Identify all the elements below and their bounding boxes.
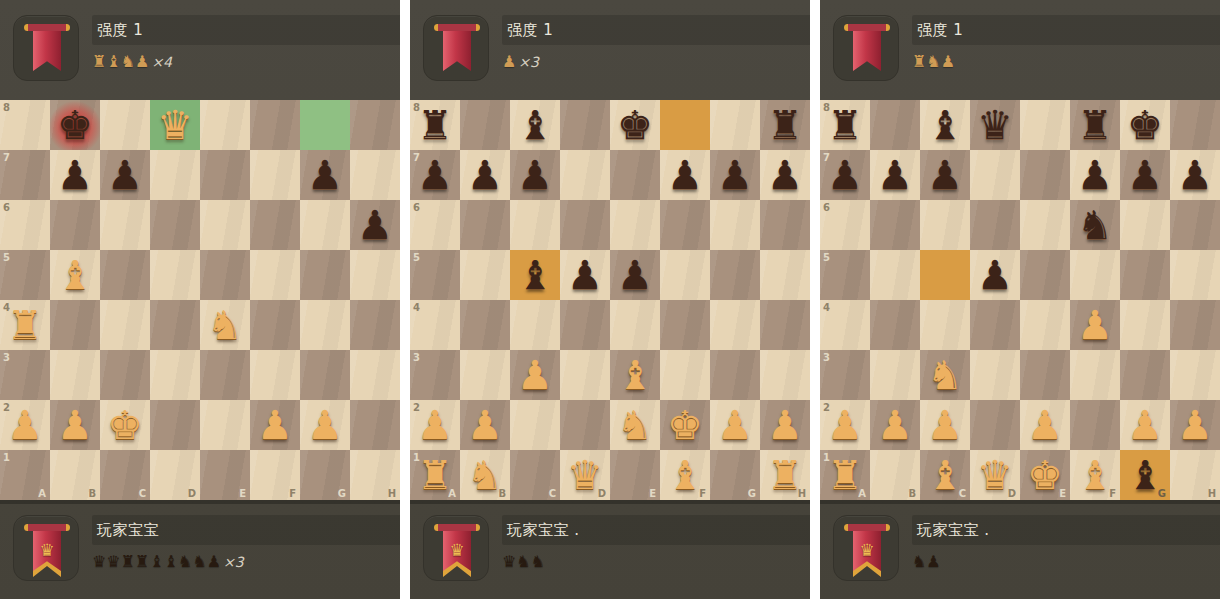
square-f7[interactable]: [250, 150, 300, 200]
square-g3[interactable]: [1120, 350, 1170, 400]
piece-white-knight[interactable]: ♞: [610, 400, 660, 450]
square-f2[interactable]: [1070, 400, 1120, 450]
opponent-avatar[interactable]: [423, 15, 489, 81]
piece-white-pawn[interactable]: ♟: [250, 400, 300, 450]
opponent-name-strip: 强度 1: [92, 15, 400, 45]
square-b7[interactable]: ♟: [50, 150, 100, 200]
square-d1[interactable]: D♛: [970, 450, 1020, 500]
square-c3[interactable]: ♞: [920, 350, 970, 400]
square-g6[interactable]: [1120, 200, 1170, 250]
square-f1[interactable]: F♝: [1070, 450, 1120, 500]
square-h1[interactable]: H: [1170, 450, 1220, 500]
square-d5[interactable]: [150, 250, 200, 300]
square-g1[interactable]: G: [300, 450, 350, 500]
piece-black-knight[interactable]: ♞: [1070, 200, 1120, 250]
square-a2[interactable]: 2♟: [410, 400, 460, 450]
square-c1[interactable]: C: [510, 450, 560, 500]
piece-black-pawn[interactable]: ♟: [710, 150, 760, 200]
square-e5[interactable]: [200, 250, 250, 300]
piece-black-bishop[interactable]: ♝: [1120, 450, 1170, 500]
piece-white-pawn[interactable]: ♟: [0, 400, 50, 450]
square-d7[interactable]: [560, 150, 610, 200]
square-a4[interactable]: 4: [410, 300, 460, 350]
square-a3[interactable]: 3: [820, 350, 870, 400]
piece-white-pawn[interactable]: ♟: [920, 400, 970, 450]
square-c8[interactable]: [100, 100, 150, 150]
square-g4[interactable]: [1120, 300, 1170, 350]
square-h8[interactable]: ♜: [760, 100, 810, 150]
square-g6[interactable]: [300, 200, 350, 250]
square-e2[interactable]: ♟: [1020, 400, 1070, 450]
square-a2[interactable]: 2♟: [820, 400, 870, 450]
player-name-strip: 玩家宝宝 .: [502, 515, 810, 545]
square-a3[interactable]: 3: [410, 350, 460, 400]
square-f7[interactable]: ♟: [660, 150, 710, 200]
square-c3[interactable]: [100, 350, 150, 400]
piece-white-pawn[interactable]: ♟: [1020, 400, 1070, 450]
piece-black-pawn[interactable]: ♟: [300, 150, 350, 200]
square-f2[interactable]: ♟: [250, 400, 300, 450]
square-b6[interactable]: [870, 200, 920, 250]
piece-black-pawn[interactable]: ♟: [410, 150, 460, 200]
square-g7[interactable]: ♟: [710, 150, 760, 200]
piece-black-pawn[interactable]: ♟: [820, 150, 870, 200]
piece-black-pawn[interactable]: ♟: [510, 150, 560, 200]
square-e8[interactable]: [1020, 100, 1070, 150]
square-a7[interactable]: 7: [0, 150, 50, 200]
square-f8[interactable]: [660, 100, 710, 150]
square-c7[interactable]: ♟: [920, 150, 970, 200]
square-e1[interactable]: E: [200, 450, 250, 500]
square-e4[interactable]: [1020, 300, 1070, 350]
square-e7[interactable]: [1020, 150, 1070, 200]
square-e6[interactable]: [610, 200, 660, 250]
square-e3[interactable]: ♝: [610, 350, 660, 400]
square-d8[interactable]: ♛: [970, 100, 1020, 150]
square-c4[interactable]: [920, 300, 970, 350]
square-b4[interactable]: [870, 300, 920, 350]
piece-white-rook[interactable]: ♜: [410, 450, 460, 500]
square-c7[interactable]: ♟: [100, 150, 150, 200]
square-h4[interactable]: [760, 300, 810, 350]
piece-black-bishop[interactable]: ♝: [510, 100, 560, 150]
piece-white-bishop[interactable]: ♝: [920, 450, 970, 500]
square-b1[interactable]: B: [50, 450, 100, 500]
piece-white-knight[interactable]: ♞: [200, 300, 250, 350]
piece-white-pawn[interactable]: ♟: [1120, 400, 1170, 450]
square-g4[interactable]: [710, 300, 760, 350]
square-b3[interactable]: [460, 350, 510, 400]
piece-black-rook[interactable]: ♜: [1070, 100, 1120, 150]
square-a7[interactable]: 7♟: [410, 150, 460, 200]
square-d1[interactable]: D♛: [560, 450, 610, 500]
square-g7[interactable]: ♟: [1120, 150, 1170, 200]
square-c5[interactable]: [100, 250, 150, 300]
player-avatar[interactable]: ♛: [833, 515, 899, 581]
file-label-a: A: [38, 488, 46, 499]
piece-white-pawn[interactable]: ♟: [410, 400, 460, 450]
square-e4[interactable]: ♞: [200, 300, 250, 350]
square-h2[interactable]: ♟: [760, 400, 810, 450]
piece-white-pawn[interactable]: ♟: [460, 400, 510, 450]
piece-black-pawn[interactable]: ♟: [100, 150, 150, 200]
square-a4[interactable]: 4♜: [0, 300, 50, 350]
square-c7[interactable]: ♟: [510, 150, 560, 200]
piece-white-queen[interactable]: ♛: [150, 100, 200, 150]
square-b8[interactable]: ♚: [50, 100, 100, 150]
square-d5[interactable]: ♟: [970, 250, 1020, 300]
square-a7[interactable]: 7♟: [820, 150, 870, 200]
rank-label-5: 5: [3, 252, 10, 263]
square-b5[interactable]: [870, 250, 920, 300]
square-h2[interactable]: ♟: [1170, 400, 1220, 450]
square-a1[interactable]: 1A♜: [820, 450, 870, 500]
square-b6[interactable]: [50, 200, 100, 250]
piece-white-pawn[interactable]: ♟: [510, 350, 560, 400]
square-g1[interactable]: G: [710, 450, 760, 500]
chess-board-3[interactable]: 8♜♝♛♜♚7♟♟♟♟♟♟6♞5♟4♟3♞2♟♟♟♟♟♟1A♜BC♝D♛E♚F♝…: [820, 100, 1220, 500]
piece-black-pawn[interactable]: ♟: [1070, 150, 1120, 200]
square-h7[interactable]: ♟: [1170, 150, 1220, 200]
crown-icon: ♛: [424, 540, 490, 560]
square-e3[interactable]: [1020, 350, 1070, 400]
piece-white-rook[interactable]: ♜: [760, 450, 810, 500]
square-f4[interactable]: [660, 300, 710, 350]
square-g2[interactable]: ♟: [300, 400, 350, 450]
square-g8[interactable]: [300, 100, 350, 150]
square-b1[interactable]: B♞: [460, 450, 510, 500]
square-f4[interactable]: [250, 300, 300, 350]
piece-white-knight[interactable]: ♞: [460, 450, 510, 500]
square-f1[interactable]: F♝: [660, 450, 710, 500]
square-h7[interactable]: [350, 150, 400, 200]
piece-white-pawn[interactable]: ♟: [300, 400, 350, 450]
square-f3[interactable]: [250, 350, 300, 400]
square-g3[interactable]: [710, 350, 760, 400]
piece-white-pawn[interactable]: ♟: [50, 400, 100, 450]
square-b8[interactable]: [460, 100, 510, 150]
square-f8[interactable]: ♜: [1070, 100, 1120, 150]
square-c8[interactable]: ♝: [510, 100, 560, 150]
square-d4[interactable]: [970, 300, 1020, 350]
piece-black-pawn[interactable]: ♟: [870, 150, 920, 200]
square-g4[interactable]: [300, 300, 350, 350]
piece-black-king[interactable]: ♚: [610, 100, 660, 150]
piece-white-bishop[interactable]: ♝: [50, 250, 100, 300]
banner-rod-icon: [844, 24, 890, 31]
square-h8[interactable]: [1170, 100, 1220, 150]
rank-label-5: 5: [413, 252, 420, 263]
piece-black-pawn[interactable]: ♟: [760, 150, 810, 200]
piece-white-queen[interactable]: ♛: [560, 450, 610, 500]
square-f7[interactable]: ♟: [1070, 150, 1120, 200]
file-label-e: E: [649, 488, 656, 499]
square-b2[interactable]: ♟: [870, 400, 920, 450]
square-e1[interactable]: E♚: [1020, 450, 1070, 500]
square-c1[interactable]: C♝: [920, 450, 970, 500]
file-label-f: F: [289, 488, 296, 499]
square-e6[interactable]: [1020, 200, 1070, 250]
square-b6[interactable]: [460, 200, 510, 250]
square-h4[interactable]: [350, 300, 400, 350]
square-c2[interactable]: [510, 400, 560, 450]
rank-label-7: 7: [3, 152, 10, 163]
square-c4[interactable]: [100, 300, 150, 350]
piece-black-pawn[interactable]: ♟: [1170, 150, 1220, 200]
square-f3[interactable]: [660, 350, 710, 400]
red-ribbon-banner-icon: [443, 27, 471, 71]
captured-black-bishop-icon: ♝: [164, 554, 178, 570]
square-g6[interactable]: [710, 200, 760, 250]
square-a4[interactable]: 4: [820, 300, 870, 350]
square-h3[interactable]: [1170, 350, 1220, 400]
square-d3[interactable]: [150, 350, 200, 400]
square-c8[interactable]: ♝: [920, 100, 970, 150]
square-g8[interactable]: ♚: [1120, 100, 1170, 150]
square-e7[interactable]: [610, 150, 660, 200]
square-b5[interactable]: [460, 250, 510, 300]
square-g3[interactable]: [300, 350, 350, 400]
square-a8[interactable]: 8♜: [820, 100, 870, 150]
player-name-strip: 玩家宝宝: [92, 515, 400, 545]
square-f2[interactable]: ♚: [660, 400, 710, 450]
square-f5[interactable]: [1070, 250, 1120, 300]
piece-white-pawn[interactable]: ♟: [820, 400, 870, 450]
piece-white-bishop[interactable]: ♝: [1070, 450, 1120, 500]
file-label-d: D: [188, 488, 196, 499]
square-e8[interactable]: [200, 100, 250, 150]
player-avatar[interactable]: ♛: [423, 515, 489, 581]
square-f1[interactable]: F: [250, 450, 300, 500]
piece-white-pawn[interactable]: ♟: [1070, 300, 1120, 350]
opponent-avatar[interactable]: [833, 15, 899, 81]
square-f5[interactable]: [660, 250, 710, 300]
square-a5[interactable]: 5: [410, 250, 460, 300]
file-label-h: H: [1208, 488, 1216, 499]
square-d6[interactable]: [560, 200, 610, 250]
opponent-name: 强度 1: [507, 21, 553, 40]
square-b7[interactable]: ♟: [460, 150, 510, 200]
square-d8[interactable]: ♛: [150, 100, 200, 150]
game-panel-2: 强度 1 ♟×3 8♜♝♚♜7♟♟♟♟♟♟65♝♟♟43♟♝2♟♟♞♚♟♟1A♜…: [410, 0, 810, 599]
square-b5[interactable]: ♝: [50, 250, 100, 300]
square-b2[interactable]: ♟: [50, 400, 100, 450]
chess-board-1[interactable]: 8♚♛7♟♟♟6♟5♝4♜♞32♟♟♚♟♟1ABCDEFGH: [0, 100, 400, 500]
square-c2[interactable]: ♚: [100, 400, 150, 450]
rank-label-3: 3: [823, 352, 830, 363]
piece-white-rook[interactable]: ♜: [820, 450, 870, 500]
square-d3[interactable]: [970, 350, 1020, 400]
piece-white-bishop[interactable]: ♝: [660, 450, 710, 500]
piece-black-queen[interactable]: ♛: [970, 100, 1020, 150]
piece-white-king[interactable]: ♚: [100, 400, 150, 450]
piece-white-pawn[interactable]: ♟: [870, 400, 920, 450]
piece-white-king[interactable]: ♚: [660, 400, 710, 450]
piece-white-pawn[interactable]: ♟: [710, 400, 760, 450]
piece-black-king[interactable]: ♚: [1120, 100, 1170, 150]
piece-black-pawn[interactable]: ♟: [560, 250, 610, 300]
square-c4[interactable]: [510, 300, 560, 350]
square-h5[interactable]: [350, 250, 400, 300]
game-panel-3: 强度 1 ♜♞♟ 8♜♝♛♜♚7♟♟♟♟♟♟6♞5♟4♟3♞2♟♟♟♟♟♟1A♜…: [820, 0, 1220, 599]
piece-black-rook[interactable]: ♜: [760, 100, 810, 150]
square-g2[interactable]: ♟: [710, 400, 760, 450]
piece-black-pawn[interactable]: ♟: [1120, 150, 1170, 200]
opponent-avatar[interactable]: [13, 15, 79, 81]
piece-black-pawn[interactable]: ♟: [50, 150, 100, 200]
square-c2[interactable]: ♟: [920, 400, 970, 450]
square-h3[interactable]: [760, 350, 810, 400]
square-e3[interactable]: [200, 350, 250, 400]
square-d7[interactable]: [970, 150, 1020, 200]
square-f4[interactable]: ♟: [1070, 300, 1120, 350]
player-captured-tray: ♞♟: [912, 549, 1220, 575]
square-d2[interactable]: [970, 400, 1020, 450]
square-a2[interactable]: 2♟: [0, 400, 50, 450]
crown-icon: ♛: [834, 540, 900, 560]
piece-black-bishop[interactable]: ♝: [920, 100, 970, 150]
square-b8[interactable]: [870, 100, 920, 150]
square-h1[interactable]: H: [350, 450, 400, 500]
square-b3[interactable]: [50, 350, 100, 400]
player-avatar[interactable]: ♛: [13, 515, 79, 581]
piece-black-pawn[interactable]: ♟: [660, 150, 710, 200]
square-c5[interactable]: ♝: [510, 250, 560, 300]
square-b4[interactable]: [460, 300, 510, 350]
square-e5[interactable]: ♟: [610, 250, 660, 300]
square-h6[interactable]: [1170, 200, 1220, 250]
square-c6[interactable]: [100, 200, 150, 250]
captured-black-knight-icon: ♞: [516, 554, 530, 570]
piece-white-pawn[interactable]: ♟: [1170, 400, 1220, 450]
square-c6[interactable]: [510, 200, 560, 250]
player-bar: ♛ 玩家宝宝 . ♛♞♞: [410, 500, 810, 599]
square-c1[interactable]: C: [100, 450, 150, 500]
square-b7[interactable]: ♟: [870, 150, 920, 200]
captured-black-queen-icon: ♛: [502, 554, 516, 570]
square-h5[interactable]: [760, 250, 810, 300]
square-a6[interactable]: 6: [820, 200, 870, 250]
captured-white-pawn-icon: ♟: [941, 54, 955, 70]
square-d5[interactable]: ♟: [560, 250, 610, 300]
square-e6[interactable]: [200, 200, 250, 250]
square-a1[interactable]: 1A: [0, 450, 50, 500]
square-g1[interactable]: G♝: [1120, 450, 1170, 500]
banner-rod-icon: [24, 524, 70, 531]
square-h2[interactable]: [350, 400, 400, 450]
piece-black-pawn[interactable]: ♟: [970, 250, 1020, 300]
file-label-g: G: [338, 488, 346, 499]
square-c6[interactable]: [920, 200, 970, 250]
captured-white-knight-icon: ♞: [121, 54, 135, 70]
captured-black-rook-icon: ♜: [121, 554, 135, 570]
piece-black-rook[interactable]: ♜: [820, 100, 870, 150]
square-h4[interactable]: [1170, 300, 1220, 350]
piece-black-pawn[interactable]: ♟: [350, 200, 400, 250]
square-a8[interactable]: 8: [0, 100, 50, 150]
piece-white-bishop[interactable]: ♝: [610, 350, 660, 400]
square-d3[interactable]: [560, 350, 610, 400]
square-d4[interactable]: [150, 300, 200, 350]
chess-board-2[interactable]: 8♜♝♚♜7♟♟♟♟♟♟65♝♟♟43♟♝2♟♟♞♚♟♟1A♜B♞CD♛EF♝G…: [410, 100, 810, 500]
square-g8[interactable]: [710, 100, 760, 150]
square-g5[interactable]: [1120, 250, 1170, 300]
square-a5[interactable]: 5: [820, 250, 870, 300]
square-e8[interactable]: ♚: [610, 100, 660, 150]
square-a5[interactable]: 5: [0, 250, 50, 300]
square-h1[interactable]: H♜: [760, 450, 810, 500]
square-e5[interactable]: [1020, 250, 1070, 300]
square-f5[interactable]: [250, 250, 300, 300]
rank-label-4: 4: [823, 302, 830, 313]
piece-white-king[interactable]: ♚: [1020, 450, 1070, 500]
piece-white-queen[interactable]: ♛: [970, 450, 1020, 500]
square-c3[interactable]: ♟: [510, 350, 560, 400]
square-h5[interactable]: [1170, 250, 1220, 300]
square-e1[interactable]: E: [610, 450, 660, 500]
square-d7[interactable]: [150, 150, 200, 200]
square-g5[interactable]: [710, 250, 760, 300]
square-a1[interactable]: 1A♜: [410, 450, 460, 500]
captured-white-rook-icon: ♜: [92, 54, 106, 70]
opponent-captured-tray: ♜♞♟: [912, 49, 1220, 75]
square-e7[interactable]: [200, 150, 250, 200]
square-a6[interactable]: 6: [0, 200, 50, 250]
square-g5[interactable]: [300, 250, 350, 300]
square-h6[interactable]: ♟: [350, 200, 400, 250]
square-e4[interactable]: [610, 300, 660, 350]
square-d4[interactable]: [560, 300, 610, 350]
square-b4[interactable]: [50, 300, 100, 350]
square-b1[interactable]: B: [870, 450, 920, 500]
square-f6[interactable]: [250, 200, 300, 250]
square-f8[interactable]: [250, 100, 300, 150]
piece-white-rook[interactable]: ♜: [0, 300, 50, 350]
square-h6[interactable]: [760, 200, 810, 250]
square-d1[interactable]: D: [150, 450, 200, 500]
piece-black-bishop[interactable]: ♝: [510, 250, 560, 300]
piece-black-pawn[interactable]: ♟: [920, 150, 970, 200]
piece-white-knight[interactable]: ♞: [920, 350, 970, 400]
square-d2[interactable]: [150, 400, 200, 450]
square-b3[interactable]: [870, 350, 920, 400]
square-d2[interactable]: [560, 400, 610, 450]
piece-white-pawn[interactable]: ♟: [760, 400, 810, 450]
square-f6[interactable]: ♞: [1070, 200, 1120, 250]
square-e2[interactable]: ♞: [610, 400, 660, 450]
square-g2[interactable]: ♟: [1120, 400, 1170, 450]
square-f3[interactable]: [1070, 350, 1120, 400]
square-g7[interactable]: ♟: [300, 150, 350, 200]
square-f6[interactable]: [660, 200, 710, 250]
piece-black-pawn[interactable]: ♟: [610, 250, 660, 300]
square-d6[interactable]: [970, 200, 1020, 250]
piece-black-king[interactable]: ♚: [50, 100, 100, 150]
piece-black-pawn[interactable]: ♟: [460, 150, 510, 200]
square-h3[interactable]: [350, 350, 400, 400]
square-a8[interactable]: 8♜: [410, 100, 460, 150]
piece-black-rook[interactable]: ♜: [410, 100, 460, 150]
square-d8[interactable]: [560, 100, 610, 150]
square-b2[interactable]: ♟: [460, 400, 510, 450]
square-d6[interactable]: [150, 200, 200, 250]
square-h7[interactable]: ♟: [760, 150, 810, 200]
square-c5[interactable]: [920, 250, 970, 300]
square-e2[interactable]: [200, 400, 250, 450]
square-h8[interactable]: [350, 100, 400, 150]
square-a3[interactable]: 3: [0, 350, 50, 400]
square-a6[interactable]: 6: [410, 200, 460, 250]
